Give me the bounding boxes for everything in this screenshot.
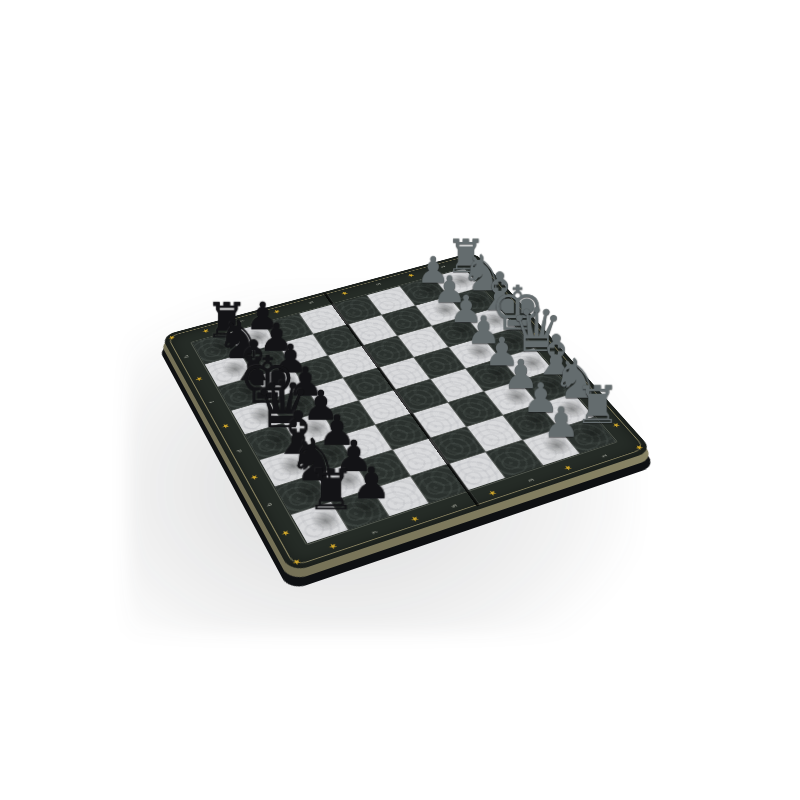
frame-coordinate: h	[183, 355, 190, 359]
star-icon: ★	[279, 529, 292, 538]
frame-coordinate: f	[209, 401, 215, 404]
piece-white-pawn-a2[interactable]: ♟	[520, 401, 604, 443]
piece-black-rook-a8[interactable]: ♜	[287, 463, 376, 518]
frame-coordinate: 5	[451, 503, 459, 508]
star-icon: ★	[248, 473, 260, 481]
frame-coordinate: 1	[601, 454, 609, 458]
star-icon: ★	[193, 375, 204, 382]
frame-coordinate: d	[236, 449, 243, 453]
product-photo-scene: ♜♞♝♛♚♝♞♜♟♟♟♟♟♟♟♟♟♟♟♟♟♟♟♟♜♞♝♛♚♝♞♜ ★b★d★f★…	[0, 0, 800, 800]
frame-coordinate: 7	[371, 530, 379, 535]
star-icon: ★	[409, 514, 422, 523]
frame-coordinate: 3	[375, 283, 381, 286]
star-icon: ★	[340, 290, 351, 296]
frame-coordinate: 5	[308, 301, 314, 304]
star-icon: ★	[562, 464, 575, 472]
star-icon: ★	[220, 422, 232, 430]
star-icon: ★	[327, 541, 340, 550]
chess-board: ♜♞♝♛♚♝♞♜♟♟♟♟♟♟♟♟♟♟♟♟♟♟♟♟♜♞♝♛♚♝♞♜ ★b★d★f★…	[161, 251, 653, 572]
star-icon: ★	[633, 443, 646, 451]
frame-coordinate: b	[266, 502, 274, 507]
star-icon: ★	[487, 489, 500, 497]
frame-coordinate: 3	[527, 478, 535, 482]
